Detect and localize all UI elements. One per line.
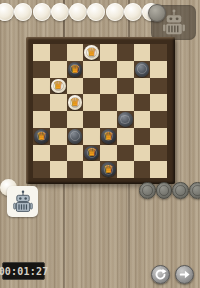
opponent-piece-color-indicator bbox=[148, 4, 166, 22]
square-r2c7[interactable] bbox=[150, 78, 167, 95]
crown-icon: ♛ bbox=[103, 130, 113, 141]
board: ♛♛♛♛♛♛♛♛ bbox=[33, 44, 167, 178]
square-r2c3[interactable] bbox=[83, 78, 100, 95]
square-r0c0 bbox=[33, 44, 50, 61]
white-king-piece[interactable]: ♛ bbox=[51, 79, 66, 94]
square-r5c5 bbox=[117, 128, 134, 145]
square-r7c5 bbox=[117, 161, 134, 178]
black-king-piece[interactable]: ♛ bbox=[101, 129, 116, 144]
black-king-piece[interactable]: ♛ bbox=[34, 129, 49, 144]
square-r7c4[interactable]: ♛ bbox=[100, 161, 117, 178]
captured-white-piece bbox=[124, 3, 142, 21]
captured-white-piece bbox=[87, 3, 105, 21]
forward-button[interactable] bbox=[175, 265, 194, 284]
square-r1c7 bbox=[150, 61, 167, 78]
square-r5c1 bbox=[50, 128, 67, 145]
checkers-app: ♛♛♛♛♛♛♛♛ 00:01:27 bbox=[0, 0, 200, 288]
square-r0c1[interactable] bbox=[50, 44, 67, 61]
square-r1c5 bbox=[117, 61, 134, 78]
square-r0c3[interactable]: ♛ bbox=[83, 44, 100, 61]
square-r3c3 bbox=[83, 94, 100, 111]
captured-white-piece bbox=[69, 3, 87, 21]
square-r6c0 bbox=[33, 145, 50, 162]
captured-black-piece bbox=[156, 182, 173, 199]
square-r7c6[interactable] bbox=[134, 161, 151, 178]
arrow-right-icon bbox=[178, 268, 191, 281]
captured-white-piece bbox=[51, 3, 69, 21]
square-r7c7 bbox=[150, 161, 167, 178]
square-r6c2 bbox=[67, 145, 84, 162]
square-r3c1 bbox=[50, 94, 67, 111]
square-r1c4[interactable] bbox=[100, 61, 117, 78]
square-r1c1 bbox=[50, 61, 67, 78]
square-r3c6[interactable] bbox=[134, 94, 151, 111]
square-r3c7 bbox=[150, 94, 167, 111]
crown-icon: ♛ bbox=[70, 63, 80, 74]
square-r4c2 bbox=[67, 111, 84, 128]
square-r3c5 bbox=[117, 94, 134, 111]
square-r2c0 bbox=[33, 78, 50, 95]
black-man-piece[interactable] bbox=[68, 129, 83, 144]
black-king-piece[interactable]: ♛ bbox=[101, 162, 116, 177]
square-r6c1[interactable] bbox=[50, 145, 67, 162]
black-king-piece[interactable]: ♛ bbox=[68, 62, 83, 77]
square-r2c6 bbox=[134, 78, 151, 95]
crown-icon: ♛ bbox=[87, 46, 97, 57]
square-r6c4 bbox=[100, 145, 117, 162]
captured-black-piece bbox=[172, 182, 189, 199]
square-r6c6 bbox=[134, 145, 151, 162]
square-r1c3 bbox=[83, 61, 100, 78]
crown-icon: ♛ bbox=[103, 164, 113, 175]
square-r6c7[interactable] bbox=[150, 145, 167, 162]
square-r4c0 bbox=[33, 111, 50, 128]
square-r4c3[interactable] bbox=[83, 111, 100, 128]
square-r6c5[interactable] bbox=[117, 145, 134, 162]
captured-white-tray bbox=[0, 3, 160, 21]
square-r1c0[interactable] bbox=[33, 61, 50, 78]
square-r2c1[interactable]: ♛ bbox=[50, 78, 67, 95]
captured-white-piece bbox=[106, 3, 124, 21]
square-r0c5[interactable] bbox=[117, 44, 134, 61]
white-king-piece[interactable]: ♛ bbox=[68, 95, 83, 110]
crown-icon: ♛ bbox=[70, 97, 80, 108]
square-r2c5[interactable] bbox=[117, 78, 134, 95]
captured-white-piece bbox=[14, 3, 32, 21]
white-king-piece[interactable]: ♛ bbox=[84, 45, 99, 60]
crown-icon: ♛ bbox=[87, 147, 97, 158]
square-r6c3[interactable]: ♛ bbox=[83, 145, 100, 162]
square-r3c2[interactable]: ♛ bbox=[67, 94, 84, 111]
square-r4c7[interactable] bbox=[150, 111, 167, 128]
square-r4c6 bbox=[134, 111, 151, 128]
black-king-piece[interactable]: ♛ bbox=[84, 146, 99, 161]
captured-white-piece bbox=[33, 3, 51, 21]
square-r4c4 bbox=[100, 111, 117, 128]
circular-arrow-icon bbox=[154, 268, 167, 281]
crown-icon: ♛ bbox=[53, 80, 63, 91]
square-r5c4[interactable]: ♛ bbox=[100, 128, 117, 145]
square-r4c1[interactable] bbox=[50, 111, 67, 128]
robot-icon bbox=[12, 190, 34, 213]
square-r3c4[interactable] bbox=[100, 94, 117, 111]
captured-black-tray bbox=[139, 182, 200, 199]
square-r7c3 bbox=[83, 161, 100, 178]
square-r3c0[interactable] bbox=[33, 94, 50, 111]
captured-black-piece bbox=[139, 182, 156, 199]
black-man-piece[interactable] bbox=[118, 112, 133, 127]
square-r5c3 bbox=[83, 128, 100, 145]
captured-white-piece bbox=[0, 3, 14, 21]
captured-black-piece bbox=[189, 182, 200, 199]
square-r1c2[interactable]: ♛ bbox=[67, 61, 84, 78]
square-r0c4 bbox=[100, 44, 117, 61]
player-robot-panel[interactable] bbox=[7, 186, 38, 217]
game-timer: 00:01:27 bbox=[2, 262, 45, 280]
square-r5c2[interactable] bbox=[67, 128, 84, 145]
board-frame: ♛♛♛♛♛♛♛♛ bbox=[26, 37, 175, 184]
square-r7c1 bbox=[50, 161, 67, 178]
black-man-piece[interactable] bbox=[135, 62, 150, 77]
square-r1c6[interactable] bbox=[134, 61, 151, 78]
square-r2c4 bbox=[100, 78, 117, 95]
square-r7c0[interactable] bbox=[33, 161, 50, 178]
square-r7c2[interactable] bbox=[67, 161, 84, 178]
square-r0c6 bbox=[134, 44, 151, 61]
square-r0c7[interactable] bbox=[150, 44, 167, 61]
square-r5c6[interactable] bbox=[134, 128, 151, 145]
square-r0c2 bbox=[67, 44, 84, 61]
square-r5c0[interactable]: ♛ bbox=[33, 128, 50, 145]
square-r4c5[interactable] bbox=[117, 111, 134, 128]
restart-button[interactable] bbox=[151, 265, 170, 284]
square-r2c2 bbox=[67, 78, 84, 95]
square-r5c7 bbox=[150, 128, 167, 145]
crown-icon: ♛ bbox=[36, 130, 46, 141]
